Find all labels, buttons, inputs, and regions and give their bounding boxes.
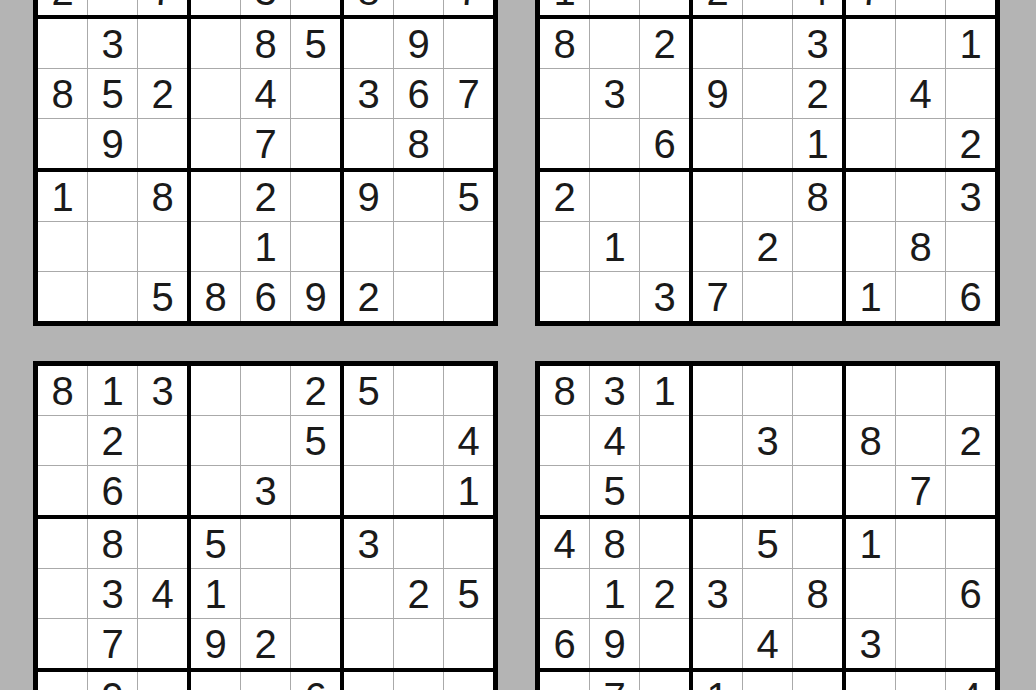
cell-r7c9[interactable]: 4 [946,672,995,690]
cell-r2c4[interactable] [191,416,240,465]
cell-r5c7[interactable] [846,569,895,618]
cell-r9c7[interactable]: 1 [846,272,895,321]
cell-r2c3[interactable] [138,416,187,465]
box-2-3: 163 [846,519,995,668]
cell-r7c7[interactable] [846,672,895,690]
cell-r3c5[interactable] [743,0,792,15]
cell-r3c6[interactable]: 4 [793,0,842,15]
cell-r6c4[interactable] [693,619,742,668]
cell-r5c1[interactable]: 8 [38,69,87,118]
cell-r7c8[interactable] [394,672,443,690]
cell-r8c4[interactable] [693,222,742,271]
cell-r7c8[interactable] [896,172,945,221]
cell-r1c3[interactable]: 3 [138,366,187,415]
cell-r5c3[interactable]: 4 [138,569,187,618]
cell-r6c8[interactable] [896,119,945,168]
cell-r5c2[interactable]: 1 [590,569,639,618]
cell-r5c2[interactable]: 5 [88,69,137,118]
cell-r4c7[interactable]: 3 [344,519,393,568]
cell-r7c6[interactable] [793,672,842,690]
cell-r4c9[interactable] [444,519,493,568]
cell-r3c9[interactable]: 1 [444,466,493,515]
cell-r5c9[interactable] [946,69,995,118]
cell-r5c7[interactable] [846,69,895,118]
box-2-3: 142 [846,19,995,168]
cell-r1c5[interactable] [743,366,792,415]
box-2-3: 93678 [344,19,493,168]
box-3-1: 185 [38,172,187,321]
cell-r1c5[interactable] [241,366,290,415]
box-1-2: 24 [693,0,842,15]
cell-r8c8[interactable]: 8 [896,222,945,271]
cell-r5c4[interactable]: 3 [693,569,742,618]
cell-r8c8[interactable] [394,222,443,271]
cell-r3c6[interactable] [793,466,842,515]
box-2-2: 5192 [191,519,340,668]
cell-r5c6[interactable] [291,569,340,618]
cell-r4c6[interactable] [793,519,842,568]
cell-r6c4[interactable]: 9 [191,619,240,668]
cell-r5c6[interactable] [291,69,340,118]
cell-r4c3[interactable] [138,519,187,568]
cell-r5c9[interactable]: 7 [444,69,493,118]
cell-r7c4[interactable]: 1 [693,672,742,690]
cell-r1c6[interactable]: 2 [291,366,340,415]
cell-r2c9[interactable]: 4 [444,416,493,465]
cell-r4c8[interactable] [394,519,443,568]
cell-r2c4[interactable] [693,416,742,465]
cell-r6c7[interactable] [344,119,393,168]
cell-r7c4[interactable] [693,172,742,221]
cell-r5c5[interactable] [241,569,290,618]
cell-r7c5[interactable] [743,172,792,221]
cell-r2c9[interactable]: 2 [946,416,995,465]
box-2-1: 8347 [38,519,187,668]
cell-r4c6[interactable]: 3 [793,19,842,68]
box-3-2: 21869 [191,172,340,321]
cell-r3c4[interactable] [191,0,240,15]
box-2-2: 3921 [693,19,842,168]
cell-r7c3[interactable]: 8 [138,172,187,221]
cell-r7c3[interactable] [138,672,187,690]
cell-r6c3[interactable] [640,619,689,668]
cell-r7c2[interactable] [88,172,137,221]
cell-r4c1[interactable]: 4 [540,519,589,568]
box-3-1: 213 [540,172,689,321]
box-2-1: 38529 [38,19,187,168]
box-2-1: 481269 [540,519,689,668]
cell-r7c8[interactable] [394,172,443,221]
cell-r5c8[interactable]: 2 [394,569,443,618]
cell-r7c1[interactable]: 2 [540,172,589,221]
cell-r1c4[interactable] [693,366,742,415]
cell-r5c5[interactable] [743,69,792,118]
box-1-3: 827 [846,366,995,515]
cell-r3c7[interactable] [846,466,895,515]
box-1-3: 541 [344,366,493,515]
cell-r3c4[interactable]: 2 [693,0,742,15]
cell-r3c2[interactable]: 5 [590,466,639,515]
cell-r4c4[interactable] [693,19,742,68]
cell-r2c5[interactable]: 3 [743,416,792,465]
box-2-2: 8547 [191,19,340,168]
cell-r9c2[interactable] [88,272,137,321]
cell-r7c9[interactable]: 3 [946,172,995,221]
cell-r7c1[interactable] [38,672,87,690]
box-1-3: 87 [344,0,493,15]
cell-r4c2[interactable]: 8 [590,519,639,568]
cell-r2c5[interactable] [241,416,290,465]
cell-r4c4[interactable] [693,519,742,568]
cell-r8c2[interactable]: 1 [590,222,639,271]
cell-r7c1[interactable] [540,672,589,690]
cell-r5c2[interactable]: 3 [88,569,137,618]
cell-r5c2[interactable]: 3 [590,69,639,118]
cell-r4c1[interactable]: 8 [540,19,589,68]
cell-r1c1[interactable]: 8 [540,366,589,415]
cell-r9c4[interactable]: 7 [693,272,742,321]
cell-r6c1[interactable] [38,619,87,668]
cell-r6c6[interactable] [793,619,842,668]
cell-r8c5[interactable]: 1 [241,222,290,271]
cell-r2c6[interactable] [793,416,842,465]
cell-r2c1[interactable] [540,416,589,465]
cell-r4c8[interactable] [896,519,945,568]
cell-r5c8[interactable] [896,569,945,618]
cell-r9c3[interactable]: 3 [640,272,689,321]
cell-r2c3[interactable] [640,416,689,465]
cell-r4c6[interactable]: 5 [291,19,340,68]
cell-r3c3[interactable] [640,466,689,515]
cell-r8c6[interactable] [793,222,842,271]
cell-r3c2[interactable] [590,0,639,15]
cell-r6c9[interactable] [444,619,493,668]
cell-r2c8[interactable] [394,416,443,465]
cell-r8c9[interactable] [946,222,995,271]
cell-r4c1[interactable] [38,519,87,568]
cell-r6c7[interactable] [846,119,895,168]
cell-r2c2[interactable]: 4 [590,416,639,465]
cell-r4c7[interactable]: 1 [846,519,895,568]
cell-r6c6[interactable] [291,119,340,168]
cell-r6c1[interactable]: 6 [540,619,589,668]
page-background: 273873852985479367818521869952 124782363… [0,0,1036,690]
cell-r5c4[interactable]: 1 [191,569,240,618]
cell-r6c5[interactable]: 4 [743,619,792,668]
cell-r8c6[interactable] [291,222,340,271]
box-3-1: 7 [540,672,689,690]
cell-r3c9[interactable]: 7 [444,0,493,15]
box-3-2: 6 [191,672,340,690]
cell-r7c3[interactable] [640,672,689,690]
cell-r7c3[interactable] [640,172,689,221]
cell-r4c1[interactable] [38,19,87,68]
cell-r2c7[interactable] [344,416,393,465]
cell-r7c6[interactable] [291,172,340,221]
cell-r7c5[interactable] [241,672,290,690]
cell-r7c1[interactable]: 1 [38,172,87,221]
cell-r9c5[interactable] [743,272,792,321]
cell-r3c3[interactable]: 7 [138,0,187,15]
cell-r3c3[interactable] [138,466,187,515]
cell-r9c5[interactable]: 6 [241,272,290,321]
cell-r3c1[interactable]: 1 [540,0,589,15]
cell-r3c2[interactable] [88,0,137,15]
box-2-1: 8236 [540,19,689,168]
sudoku-board-bottom-right: 8314538274812695384163714 [535,361,1000,690]
box-1-1: 81326 [38,366,187,515]
cell-r6c2[interactable] [590,119,639,168]
cell-r1c9[interactable] [946,366,995,415]
cell-r6c2[interactable]: 9 [88,119,137,168]
box-1-2: 3 [191,0,340,15]
cell-r8c3[interactable] [138,222,187,271]
box-2-2: 5384 [693,519,842,668]
box-1-2: 3 [693,366,842,515]
cell-r9c8[interactable] [394,272,443,321]
cell-r7c5[interactable]: 2 [241,172,290,221]
cell-r6c3[interactable] [138,119,187,168]
cell-r5c3[interactable] [640,69,689,118]
box-3-2: 1 [693,672,842,690]
cell-r5c4[interactable]: 9 [693,69,742,118]
cell-r2c8[interactable] [896,416,945,465]
cell-r5c7[interactable] [344,569,393,618]
cell-r7c7[interactable] [846,172,895,221]
cell-r1c2[interactable]: 1 [88,366,137,415]
cell-r4c9[interactable] [444,19,493,68]
box-1-1: 27 [38,0,187,15]
box-3-3: 952 [344,172,493,321]
cell-r6c6[interactable]: 1 [793,119,842,168]
cell-r1c9[interactable] [444,366,493,415]
cell-r3c1[interactable] [540,466,589,515]
cell-r3c7[interactable] [344,466,393,515]
cell-r5c3[interactable]: 2 [138,69,187,118]
cell-r4c2[interactable]: 8 [88,519,137,568]
cell-r4c5[interactable] [743,19,792,68]
cell-r6c6[interactable] [291,619,340,668]
cell-r3c1[interactable]: 2 [38,0,87,15]
cell-r3c3[interactable] [640,0,689,15]
box-3-1: 9 [38,672,187,690]
cell-r3c4[interactable] [191,466,240,515]
cell-r4c2[interactable] [590,19,639,68]
cell-r5c8[interactable]: 4 [896,69,945,118]
cell-r5c5[interactable]: 4 [241,69,290,118]
cell-r4c4[interactable]: 5 [191,519,240,568]
cell-r3c5[interactable]: 3 [241,0,290,15]
cell-r5c3[interactable]: 2 [640,569,689,618]
cell-r7c8[interactable] [896,672,945,690]
box-1-1: 83145 [540,366,689,515]
cell-r4c5[interactable] [241,519,290,568]
cell-r2c7[interactable]: 8 [846,416,895,465]
cell-r6c4[interactable] [191,119,240,168]
cell-r7c6[interactable]: 6 [291,672,340,690]
cell-r5c1[interactable] [540,69,589,118]
cell-r5c8[interactable]: 6 [394,69,443,118]
sudoku-board-top-left: 273873852985479367818521869952 [33,0,498,326]
cell-r1c3[interactable]: 1 [640,366,689,415]
cell-r3c5[interactable]: 3 [241,466,290,515]
cell-r6c9[interactable]: 2 [946,119,995,168]
cell-r3c1[interactable] [38,466,87,515]
cell-r7c5[interactable] [743,672,792,690]
cell-r7c2[interactable]: 9 [88,672,137,690]
cell-r6c2[interactable]: 7 [88,619,137,668]
cell-r9c2[interactable] [590,272,639,321]
box-2-3: 325 [344,519,493,668]
cell-r4c5[interactable]: 8 [241,19,290,68]
box-1-2: 253 [191,366,340,515]
cell-r7c4[interactable] [191,672,240,690]
cell-r4c3[interactable] [640,519,689,568]
cell-r8c2[interactable] [88,222,137,271]
cell-r3c9[interactable] [946,466,995,515]
cell-r3c4[interactable] [693,466,742,515]
cell-r4c6[interactable] [291,519,340,568]
box-3-3: 4 [846,672,995,690]
cell-r7c6[interactable]: 8 [793,172,842,221]
cell-r5c9[interactable]: 5 [444,569,493,618]
cell-r9c9[interactable]: 6 [946,272,995,321]
cell-r3c6[interactable] [291,0,340,15]
cell-r2c6[interactable]: 5 [291,416,340,465]
cell-r1c8[interactable] [896,366,945,415]
cell-r3c8[interactable]: 7 [896,466,945,515]
cell-r6c3[interactable] [138,619,187,668]
cell-r6c2[interactable]: 9 [590,619,639,668]
cell-r3c9[interactable] [946,0,995,15]
cell-r5c9[interactable]: 6 [946,569,995,618]
cell-r2c2[interactable]: 2 [88,416,137,465]
cell-r5c1[interactable] [540,569,589,618]
cell-r8c1[interactable] [540,222,589,271]
cell-r5c6[interactable]: 2 [793,69,842,118]
cell-r1c7[interactable]: 5 [344,366,393,415]
cell-r8c1[interactable] [38,222,87,271]
cell-r9c6[interactable] [793,272,842,321]
cell-r3c7[interactable]: 7 [846,0,895,15]
cell-r8c3[interactable] [640,222,689,271]
box-3-3: 3816 [846,172,995,321]
cell-r8c9[interactable] [444,222,493,271]
cell-r6c8[interactable]: 8 [394,119,443,168]
cell-r1c2[interactable]: 3 [590,366,639,415]
cell-r3c8[interactable] [896,0,945,15]
cell-r8c4[interactable] [191,222,240,271]
cell-r7c2[interactable] [590,172,639,221]
cell-r4c3[interactable]: 2 [640,19,689,68]
box-3-2: 827 [693,172,842,321]
cell-r6c7[interactable]: 3 [846,619,895,668]
cell-r4c9[interactable] [946,519,995,568]
cell-r6c4[interactable] [693,119,742,168]
cell-r8c5[interactable]: 2 [743,222,792,271]
cell-r3c8[interactable] [394,0,443,15]
cell-r3c7[interactable]: 8 [344,0,393,15]
cell-r3c5[interactable] [743,466,792,515]
cell-r4c7[interactable] [846,19,895,68]
cell-r9c9[interactable] [444,272,493,321]
cell-r9c1[interactable] [540,272,589,321]
sudoku-board-bottom-left: 813262535418347519232596 [33,361,498,690]
cell-r1c8[interactable] [394,366,443,415]
cell-r4c9[interactable]: 1 [946,19,995,68]
cell-r4c4[interactable] [191,19,240,68]
cell-r7c2[interactable]: 7 [590,672,639,690]
cell-r6c8[interactable] [896,619,945,668]
cell-r9c7[interactable]: 2 [344,272,393,321]
cell-r1c7[interactable] [846,366,895,415]
cell-r4c7[interactable] [344,19,393,68]
cell-r6c3[interactable]: 6 [640,119,689,168]
cell-r4c2[interactable]: 3 [88,19,137,68]
box-1-1: 1 [540,0,689,15]
cell-r7c9[interactable]: 5 [444,172,493,221]
cell-r5c1[interactable] [38,569,87,618]
cell-r1c4[interactable] [191,366,240,415]
cell-r9c3[interactable]: 5 [138,272,187,321]
cell-r6c5[interactable] [743,119,792,168]
cell-r3c8[interactable] [394,466,443,515]
cell-r9c8[interactable] [896,272,945,321]
cell-r8c7[interactable] [846,222,895,271]
cell-r4c8[interactable]: 9 [394,19,443,68]
cell-r6c9[interactable] [444,119,493,168]
cell-r1c1[interactable]: 8 [38,366,87,415]
cell-r5c7[interactable]: 3 [344,69,393,118]
cell-r9c6[interactable]: 9 [291,272,340,321]
cell-r6c1[interactable] [38,119,87,168]
box-1-3: 7 [846,0,995,15]
cell-r4c8[interactable] [896,19,945,68]
cell-r3c6[interactable] [291,466,340,515]
cell-r6c5[interactable]: 2 [241,619,290,668]
cell-r3c2[interactable]: 6 [88,466,137,515]
cell-r7c7[interactable]: 9 [344,172,393,221]
cell-r6c9[interactable] [946,619,995,668]
cell-r7c7[interactable] [344,672,393,690]
cell-r6c7[interactable] [344,619,393,668]
cell-r9c1[interactable] [38,272,87,321]
cell-r6c5[interactable]: 7 [241,119,290,168]
cell-r4c5[interactable]: 5 [743,519,792,568]
cell-r1c6[interactable] [793,366,842,415]
cell-r6c8[interactable] [394,619,443,668]
cell-r5c6[interactable]: 8 [793,569,842,618]
cell-r7c4[interactable] [191,172,240,221]
sudoku-board-top-right: 1247823639211422138273816 [535,0,1000,326]
cell-r5c4[interactable] [191,69,240,118]
cell-r4c3[interactable] [138,19,187,68]
cell-r7c9[interactable] [444,672,493,690]
cell-r2c1[interactable] [38,416,87,465]
box-3-3 [344,672,493,690]
cell-r5c5[interactable] [743,569,792,618]
cell-r8c7[interactable] [344,222,393,271]
cell-r9c4[interactable]: 8 [191,272,240,321]
cell-r6c1[interactable] [540,119,589,168]
